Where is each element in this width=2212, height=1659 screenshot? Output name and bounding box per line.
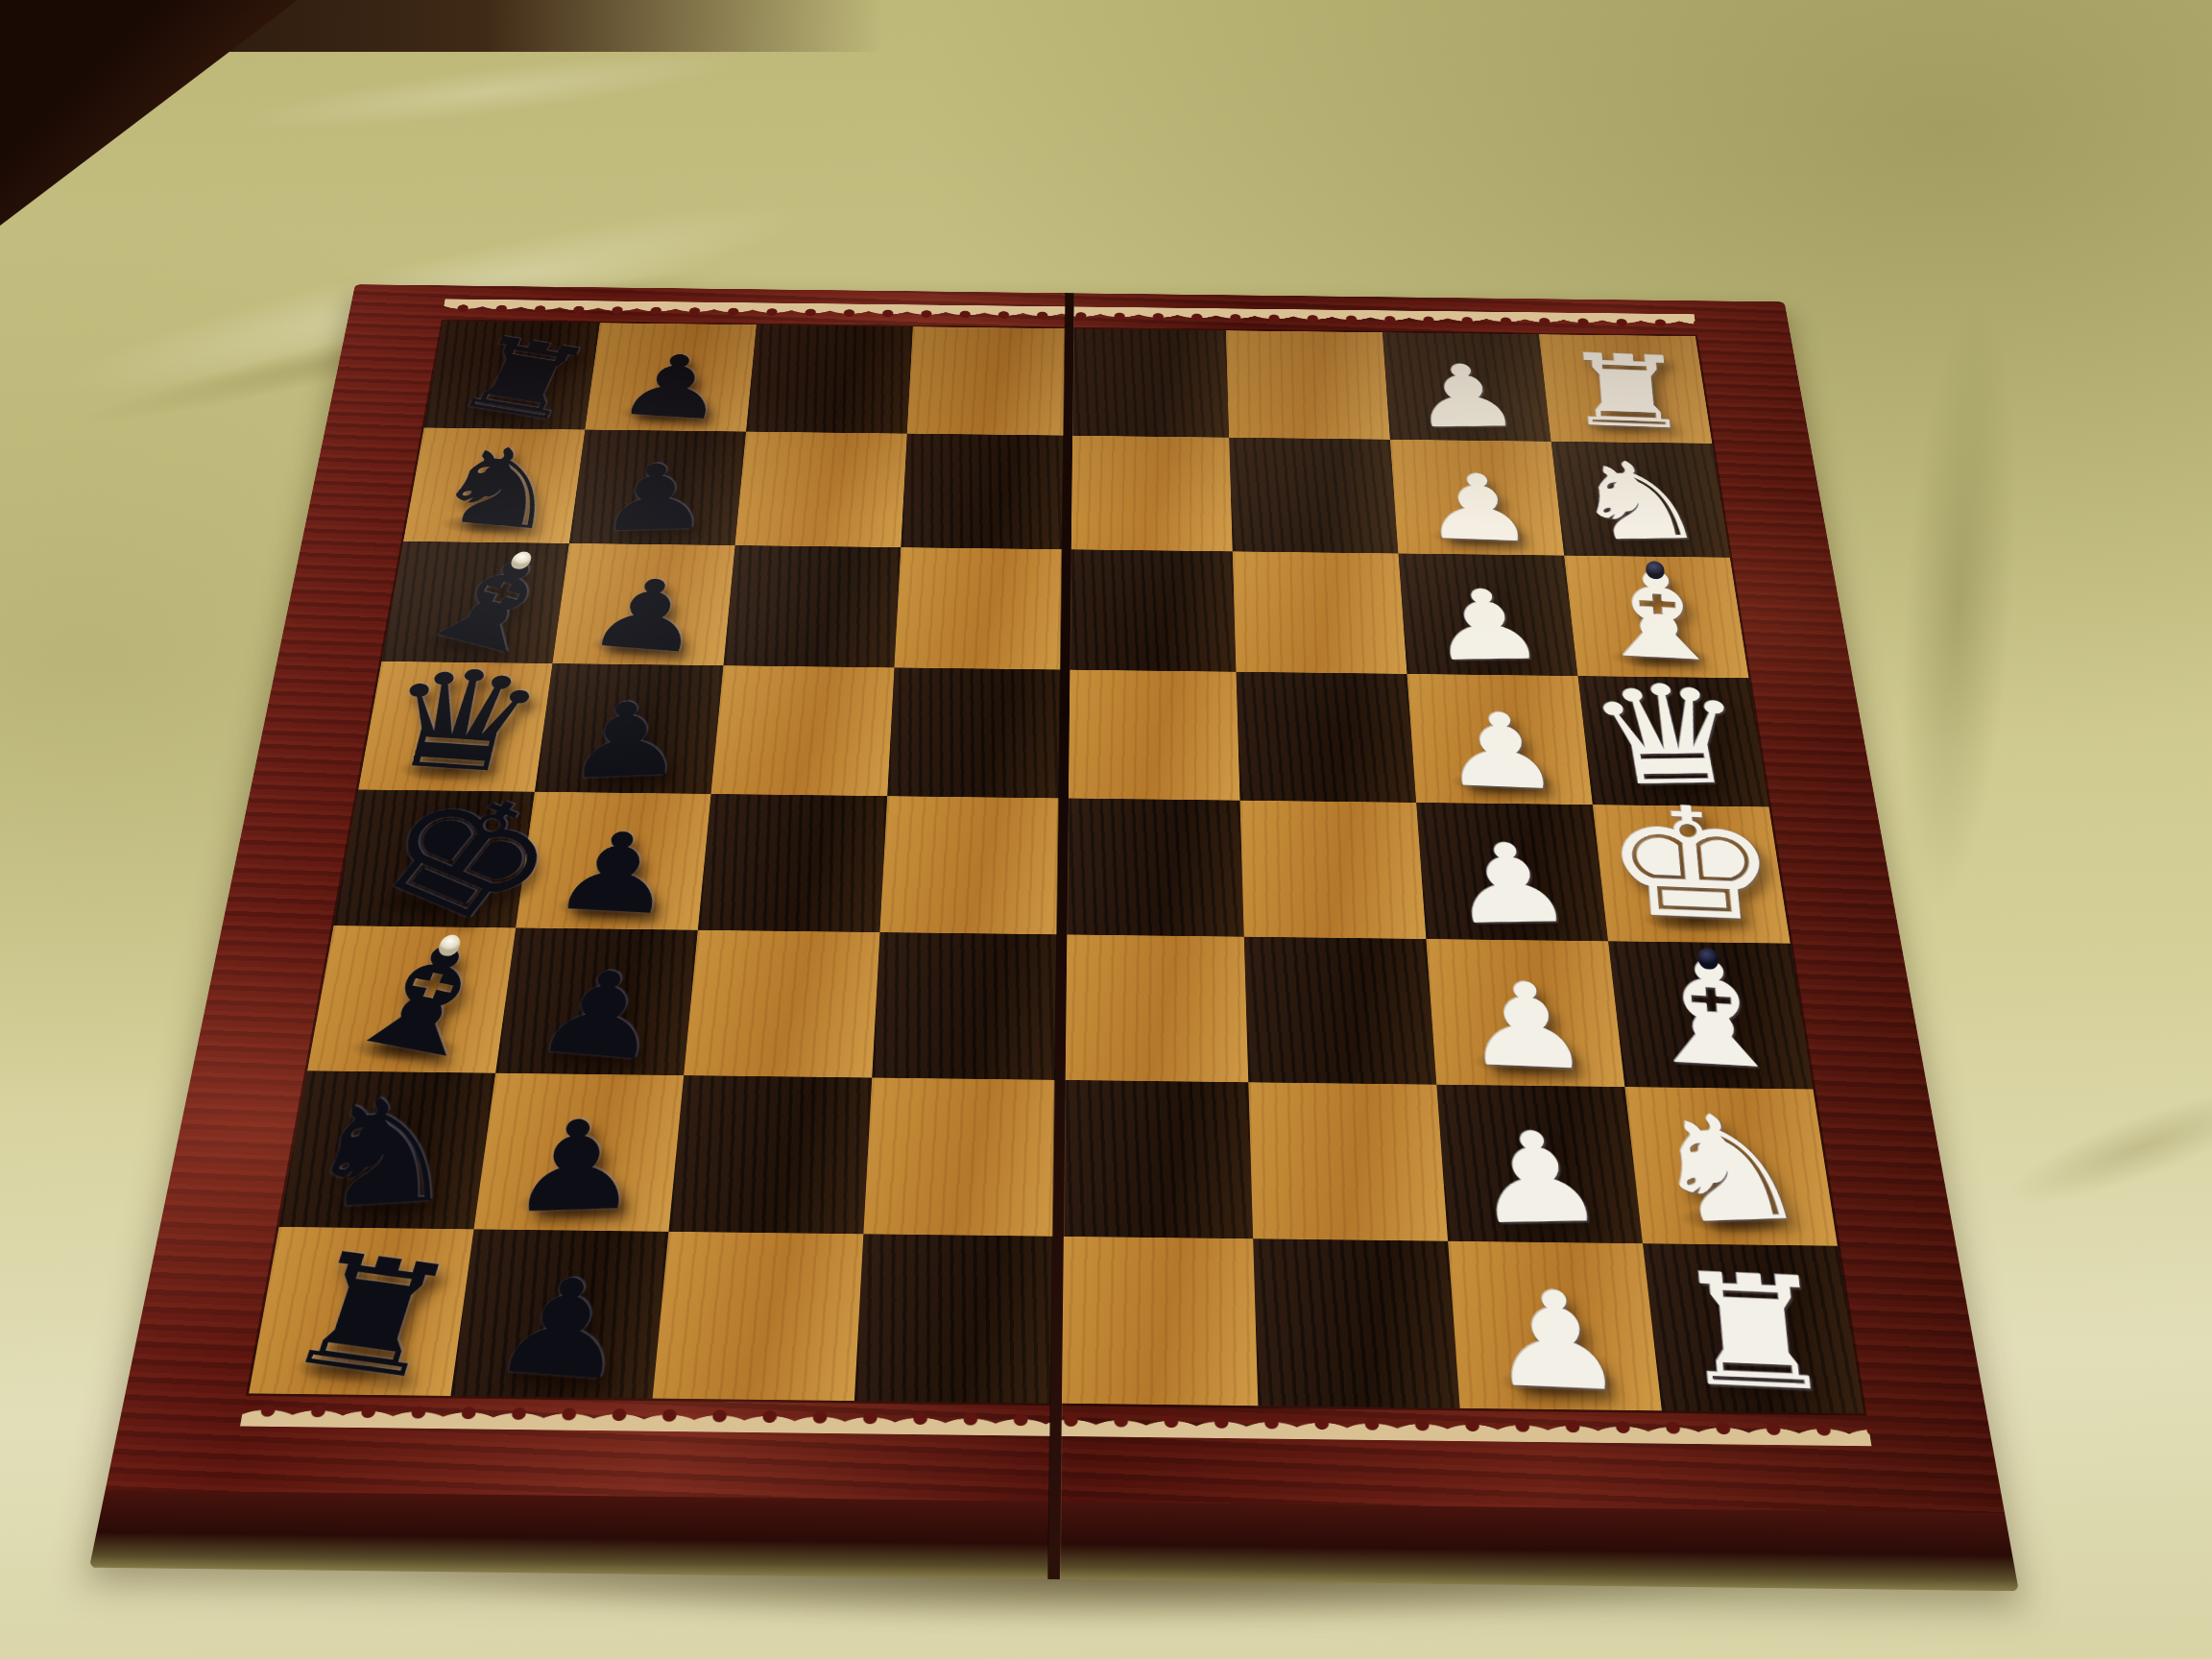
square-r7c5[interactable] — [1058, 1080, 1253, 1238]
white-pawn[interactable]: ♟ — [1421, 461, 1538, 555]
square-r6c8[interactable]: ♝ — [1608, 941, 1813, 1089]
square-r8c6[interactable] — [1253, 1238, 1459, 1408]
white-bishop[interactable]: ♝ — [1629, 940, 1798, 1092]
square-r7c7[interactable]: ♟ — [1436, 1085, 1643, 1243]
square-r2c2[interactable]: ♟ — [569, 430, 746, 545]
square-r2c6[interactable] — [1229, 438, 1398, 553]
square-r1c1[interactable]: ♜ — [424, 321, 600, 429]
square-r1c8[interactable]: ♜ — [1539, 334, 1712, 444]
square-r6c7[interactable]: ♟ — [1426, 939, 1624, 1087]
black-rook[interactable]: ♜ — [440, 322, 607, 438]
black-pawn[interactable]: ♟ — [610, 342, 737, 433]
square-r7c3[interactable] — [668, 1075, 872, 1234]
bishop-tip — [508, 550, 535, 571]
white-rook[interactable]: ♜ — [1559, 340, 1696, 444]
chessboard-area: ♜♟♟♜♞♟♟♞♝♟♟♝♛♟♟♛♚♟♟♚♝♟♟♝♞♟♟♞♜♟♟♜ — [89, 0, 2042, 1591]
black-pawn[interactable]: ♟ — [524, 952, 677, 1078]
white-pawn[interactable]: ♟ — [1405, 353, 1527, 440]
square-r3c6[interactable] — [1233, 551, 1407, 674]
square-r4c4[interactable] — [887, 667, 1065, 798]
bishop-tip — [1646, 561, 1665, 579]
black-pawn[interactable]: ♟ — [543, 816, 686, 931]
black-rook[interactable]: ♜ — [268, 1230, 472, 1404]
square-r8c4[interactable] — [854, 1234, 1058, 1404]
square-r8c5[interactable] — [1056, 1236, 1258, 1406]
black-pawn[interactable]: ♟ — [482, 1258, 644, 1400]
white-pawn[interactable]: ♟ — [1460, 966, 1595, 1087]
square-r1c2[interactable]: ♟ — [585, 323, 757, 432]
square-r4c5[interactable] — [1064, 670, 1240, 801]
square-r4c7[interactable]: ♟ — [1407, 674, 1592, 805]
white-king[interactable]: ♚ — [1599, 785, 1788, 945]
bishop-tip — [436, 933, 464, 957]
square-r5c7[interactable]: ♟ — [1416, 803, 1608, 942]
white-pawn[interactable]: ♟ — [1439, 698, 1565, 805]
square-r2c1[interactable]: ♞ — [403, 428, 585, 543]
square-r4c3[interactable] — [711, 665, 895, 796]
black-knight[interactable]: ♞ — [299, 1076, 464, 1231]
white-pawn[interactable]: ♟ — [1441, 829, 1579, 939]
square-r1c4[interactable] — [907, 326, 1070, 436]
square-r3c4[interactable] — [894, 547, 1067, 670]
white-rook[interactable]: ♜ — [1668, 1252, 1843, 1413]
square-r4c6[interactable] — [1236, 672, 1416, 803]
square-r1c5[interactable] — [1068, 328, 1229, 438]
square-r2c5[interactable] — [1067, 436, 1233, 551]
square-r2c3[interactable] — [735, 432, 907, 547]
black-pawn[interactable]: ♟ — [578, 564, 716, 667]
square-r6c5[interactable] — [1060, 934, 1248, 1082]
square-r5c4[interactable] — [879, 796, 1063, 934]
white-knight[interactable]: ♞ — [1563, 448, 1715, 556]
square-r7c2[interactable]: ♟ — [474, 1073, 685, 1232]
bedsheet: ♜♟♟♜♞♟♟♞♝♟♟♝♛♟♟♛♚♟♟♚♝♟♟♝♞♟♟♞♜♟♟♜ — [0, 0, 2212, 1659]
square-r3c3[interactable] — [723, 545, 901, 668]
white-knight[interactable]: ♞ — [1636, 1094, 1819, 1245]
white-pawn[interactable]: ♟ — [1422, 577, 1551, 675]
square-r6c1[interactable]: ♝ — [307, 926, 516, 1073]
square-r5c1[interactable]: ♚ — [334, 789, 535, 927]
square-r2c8[interactable]: ♞ — [1551, 442, 1730, 558]
folding-chessboard: ♜♟♟♜♞♟♟♞♝♟♟♝♛♟♟♛♚♟♟♚♝♟♟♝♞♟♟♞♜♟♟♜ — [89, 284, 2019, 1591]
square-r7c8[interactable]: ♞ — [1624, 1087, 1837, 1245]
bishop-tip — [1697, 948, 1719, 970]
square-r8c3[interactable] — [653, 1232, 864, 1402]
white-pawn[interactable]: ♟ — [1485, 1272, 1630, 1411]
square-r1c7[interactable]: ♟ — [1382, 332, 1551, 442]
white-pawn[interactable]: ♟ — [1464, 1116, 1613, 1242]
square-r6c6[interactable] — [1244, 937, 1437, 1085]
square-r1c3[interactable] — [746, 325, 913, 434]
square-r1c6[interactable] — [1226, 330, 1390, 440]
square-r8c2[interactable]: ♟ — [450, 1229, 668, 1398]
square-r3c7[interactable]: ♟ — [1398, 553, 1577, 676]
square-r8c7[interactable]: ♟ — [1448, 1240, 1662, 1410]
black-pawn[interactable]: ♟ — [505, 1103, 645, 1231]
square-r5c5[interactable] — [1062, 798, 1244, 937]
square-r3c5[interactable] — [1065, 549, 1236, 672]
black-pawn[interactable]: ♟ — [563, 687, 686, 794]
square-r8c1[interactable]: ♜ — [249, 1227, 473, 1396]
square-r7c4[interactable] — [863, 1078, 1060, 1237]
square-r6c3[interactable] — [684, 930, 879, 1078]
square-r5c6[interactable] — [1239, 800, 1426, 939]
square-r2c7[interactable]: ♟ — [1390, 440, 1564, 555]
square-r7c1[interactable]: ♞ — [279, 1071, 495, 1230]
square-r2c4[interactable] — [901, 434, 1068, 549]
square-r5c8[interactable]: ♚ — [1593, 805, 1791, 944]
square-r5c3[interactable] — [698, 794, 887, 932]
square-r4c2[interactable]: ♟ — [535, 663, 724, 794]
square-r6c4[interactable] — [872, 932, 1062, 1080]
square-r7c6[interactable] — [1248, 1082, 1448, 1240]
square-r8c8[interactable]: ♜ — [1643, 1243, 1863, 1413]
black-pawn[interactable]: ♟ — [595, 451, 713, 544]
